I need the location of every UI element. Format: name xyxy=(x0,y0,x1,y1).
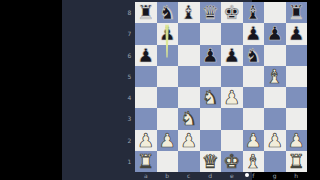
piece-white-rook[interactable]: ♜ xyxy=(288,151,305,170)
square-b3[interactable] xyxy=(157,108,179,129)
piece-black-bishop[interactable]: ♝ xyxy=(180,3,197,22)
piece-black-pawn[interactable]: ♟ xyxy=(202,45,219,64)
piece-white-bishop[interactable]: ♝ xyxy=(266,66,283,85)
square-c4[interactable] xyxy=(178,87,200,108)
square-b1[interactable] xyxy=(157,151,179,172)
piece-white-pawn[interactable]: ♟ xyxy=(180,130,197,149)
square-f5[interactable] xyxy=(243,66,265,87)
piece-white-pawn[interactable]: ♟ xyxy=(245,130,262,149)
rank-label-2: 2 xyxy=(124,130,135,151)
square-g3[interactable] xyxy=(264,108,286,129)
square-h5[interactable] xyxy=(286,66,308,87)
square-h8[interactable]: ♜ xyxy=(286,2,308,23)
piece-black-pawn[interactable]: ♟ xyxy=(159,24,176,43)
square-c5[interactable] xyxy=(178,66,200,87)
square-d3[interactable] xyxy=(200,108,222,129)
rank-label-5: 5 xyxy=(124,66,135,87)
square-d7[interactable] xyxy=(200,23,222,44)
square-h2[interactable]: ♟ xyxy=(286,130,308,151)
square-b6[interactable] xyxy=(157,45,179,66)
rank-label-4: 4 xyxy=(124,87,135,108)
piece-black-rook[interactable]: ♜ xyxy=(137,3,154,22)
piece-black-queen[interactable]: ♛ xyxy=(202,3,219,22)
piece-white-pawn[interactable]: ♟ xyxy=(159,130,176,149)
piece-white-pawn[interactable]: ♟ xyxy=(223,88,240,107)
piece-white-king[interactable]: ♚ xyxy=(223,151,240,170)
square-f7[interactable]: ♟ xyxy=(243,23,265,44)
piece-white-knight[interactable]: ♞ xyxy=(202,88,219,107)
square-f1[interactable]: ♝ xyxy=(243,151,265,172)
square-h7[interactable]: ♟ xyxy=(286,23,308,44)
square-c1[interactable] xyxy=(178,151,200,172)
file-label-h: h xyxy=(286,171,308,180)
square-b8[interactable]: ♞ xyxy=(157,2,179,23)
square-g1[interactable] xyxy=(264,151,286,172)
piece-black-king[interactable]: ♚ xyxy=(223,3,240,22)
piece-black-bishop[interactable]: ♝ xyxy=(245,3,262,22)
piece-black-rook[interactable]: ♜ xyxy=(288,3,305,22)
piece-white-queen[interactable]: ♛ xyxy=(202,151,219,170)
file-label-g: g xyxy=(264,171,286,180)
file-label-d: d xyxy=(200,171,222,180)
square-a4[interactable] xyxy=(135,87,157,108)
square-g7[interactable]: ♟ xyxy=(264,23,286,44)
video-frame: 87654321 abcdefgh ♜♞♝♛♚♝♜♟♟♟♟♟♟♟♞♝♞♟♞♟♟♟… xyxy=(0,0,320,180)
rank-label-1: 1 xyxy=(124,151,135,172)
square-c6[interactable] xyxy=(178,45,200,66)
square-c8[interactable]: ♝ xyxy=(178,2,200,23)
file-label-a: a xyxy=(135,171,157,180)
piece-black-pawn[interactable]: ♟ xyxy=(245,24,262,43)
square-d8[interactable]: ♛ xyxy=(200,2,222,23)
square-a6[interactable]: ♟ xyxy=(135,45,157,66)
piece-black-pawn[interactable]: ♟ xyxy=(137,45,154,64)
piece-white-rook[interactable]: ♜ xyxy=(137,151,154,170)
chess-board-frame: 87654321 abcdefgh ♜♞♝♛♚♝♜♟♟♟♟♟♟♟♞♝♞♟♞♟♟♟… xyxy=(62,0,252,180)
file-labels: abcdefgh xyxy=(135,171,307,180)
square-h4[interactable] xyxy=(286,87,308,108)
square-e8[interactable]: ♚ xyxy=(221,2,243,23)
square-b7[interactable]: ♟ xyxy=(157,23,179,44)
rank-label-8: 8 xyxy=(124,2,135,23)
piece-white-knight[interactable]: ♞ xyxy=(180,109,197,128)
square-e2[interactable] xyxy=(221,130,243,151)
square-e6[interactable]: ♟ xyxy=(221,45,243,66)
piece-black-pawn[interactable]: ♟ xyxy=(288,24,305,43)
file-label-c: c xyxy=(178,171,200,180)
piece-black-pawn[interactable]: ♟ xyxy=(223,45,240,64)
square-g5[interactable]: ♝ xyxy=(264,66,286,87)
square-a2[interactable]: ♟ xyxy=(135,130,157,151)
rank-label-6: 6 xyxy=(124,45,135,66)
square-h3[interactable] xyxy=(286,108,308,129)
square-f8[interactable]: ♝ xyxy=(243,2,265,23)
piece-black-knight[interactable]: ♞ xyxy=(159,3,176,22)
piece-white-pawn[interactable]: ♟ xyxy=(137,130,154,149)
chess-board[interactable]: ♜♞♝♛♚♝♜♟♟♟♟♟♟♟♞♝♞♟♞♟♟♟♟♟♟♜♛♚♝♜ xyxy=(135,2,307,172)
piece-black-pawn[interactable]: ♟ xyxy=(266,24,283,43)
square-h1[interactable]: ♜ xyxy=(286,151,308,172)
file-label-b: b xyxy=(157,171,179,180)
square-a3[interactable] xyxy=(135,108,157,129)
square-d6[interactable]: ♟ xyxy=(200,45,222,66)
square-b5[interactable] xyxy=(157,66,179,87)
piece-white-pawn[interactable]: ♟ xyxy=(288,130,305,149)
square-g8[interactable] xyxy=(264,2,286,23)
square-a1[interactable]: ♜ xyxy=(135,151,157,172)
rank-label-3: 3 xyxy=(124,108,135,129)
white-to-move-indicator xyxy=(245,173,249,177)
piece-white-pawn[interactable]: ♟ xyxy=(266,130,283,149)
square-c2[interactable]: ♟ xyxy=(178,130,200,151)
square-d1[interactable]: ♛ xyxy=(200,151,222,172)
square-f6[interactable]: ♞ xyxy=(243,45,265,66)
square-b4[interactable] xyxy=(157,87,179,108)
square-e3[interactable] xyxy=(221,108,243,129)
square-d5[interactable] xyxy=(200,66,222,87)
square-g2[interactable]: ♟ xyxy=(264,130,286,151)
rank-label-7: 7 xyxy=(124,23,135,44)
file-label-e: e xyxy=(221,171,243,180)
square-c7[interactable] xyxy=(178,23,200,44)
square-a5[interactable] xyxy=(135,66,157,87)
square-g6[interactable] xyxy=(264,45,286,66)
square-a8[interactable]: ♜ xyxy=(135,2,157,23)
piece-white-bishop[interactable]: ♝ xyxy=(245,151,262,170)
square-b2[interactable]: ♟ xyxy=(157,130,179,151)
square-h6[interactable] xyxy=(286,45,308,66)
square-d4[interactable]: ♞ xyxy=(200,87,222,108)
square-c3[interactable]: ♞ xyxy=(178,108,200,129)
square-f4[interactable] xyxy=(243,87,265,108)
square-e1[interactable]: ♚ xyxy=(221,151,243,172)
rank-labels: 87654321 xyxy=(124,2,135,172)
letterbox-left xyxy=(0,0,62,180)
square-a7[interactable] xyxy=(135,23,157,44)
square-f3[interactable] xyxy=(243,108,265,129)
square-e7[interactable] xyxy=(221,23,243,44)
square-e5[interactable] xyxy=(221,66,243,87)
piece-black-knight[interactable]: ♞ xyxy=(245,45,262,64)
square-e4[interactable]: ♟ xyxy=(221,87,243,108)
square-d2[interactable] xyxy=(200,130,222,151)
square-f2[interactable]: ♟ xyxy=(243,130,265,151)
square-g4[interactable] xyxy=(264,87,286,108)
